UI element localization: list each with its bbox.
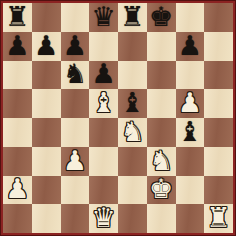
square-d2[interactable] bbox=[89, 176, 118, 205]
white-pawn-c3[interactable]: ♟ bbox=[63, 147, 87, 174]
white-bishop-d5[interactable]: ♝ bbox=[92, 89, 116, 116]
square-d1[interactable]: ♛ bbox=[89, 204, 118, 233]
black-pawn-b7[interactable]: ♟ bbox=[34, 32, 58, 59]
square-a3[interactable] bbox=[3, 147, 32, 176]
square-e5[interactable]: ♝ bbox=[118, 89, 147, 118]
black-queen-d8[interactable]: ♛ bbox=[92, 3, 116, 30]
black-rook-a8[interactable]: ♜ bbox=[5, 3, 29, 30]
square-e8[interactable]: ♜ bbox=[118, 3, 147, 32]
black-bishop-g4[interactable]: ♝ bbox=[178, 118, 202, 145]
square-c8[interactable] bbox=[61, 3, 90, 32]
square-c2[interactable] bbox=[61, 176, 90, 205]
square-b8[interactable] bbox=[32, 3, 61, 32]
square-h4[interactable] bbox=[204, 118, 233, 147]
square-f3[interactable]: ♞ bbox=[147, 147, 176, 176]
black-rook-e8[interactable]: ♜ bbox=[120, 3, 144, 30]
black-knight-c6[interactable]: ♞ bbox=[63, 61, 87, 88]
square-b3[interactable] bbox=[32, 147, 61, 176]
black-pawn-a7[interactable]: ♟ bbox=[5, 32, 29, 59]
square-h6[interactable] bbox=[204, 61, 233, 90]
square-c7[interactable]: ♟ bbox=[61, 32, 90, 61]
square-d6[interactable]: ♟ bbox=[89, 61, 118, 90]
square-d8[interactable]: ♛ bbox=[89, 3, 118, 32]
white-pawn-g5[interactable]: ♟ bbox=[178, 89, 202, 116]
square-b6[interactable] bbox=[32, 61, 61, 90]
black-king-f8[interactable]: ♚ bbox=[149, 3, 173, 30]
square-a7[interactable]: ♟ bbox=[3, 32, 32, 61]
square-e2[interactable] bbox=[118, 176, 147, 205]
square-d3[interactable] bbox=[89, 147, 118, 176]
square-g7[interactable]: ♟ bbox=[176, 32, 205, 61]
square-a5[interactable] bbox=[3, 89, 32, 118]
white-rook-h1[interactable]: ♜ bbox=[207, 204, 231, 231]
chess-board: ♜♛♜♚♟♟♟♟♞♟♝♝♟♞♝♟♞♟♚♛♜ bbox=[3, 3, 233, 233]
board-frame: ♜♛♜♚♟♟♟♟♞♟♝♝♟♞♝♟♞♟♚♛♜ bbox=[0, 0, 236, 236]
square-e7[interactable] bbox=[118, 32, 147, 61]
black-pawn-g7[interactable]: ♟ bbox=[178, 32, 202, 59]
square-d5[interactable]: ♝ bbox=[89, 89, 118, 118]
square-b4[interactable] bbox=[32, 118, 61, 147]
square-f2[interactable]: ♚ bbox=[147, 176, 176, 205]
black-pawn-d6[interactable]: ♟ bbox=[92, 61, 116, 88]
square-f8[interactable]: ♚ bbox=[147, 3, 176, 32]
square-h1[interactable]: ♜ bbox=[204, 204, 233, 233]
square-b1[interactable] bbox=[32, 204, 61, 233]
square-b2[interactable] bbox=[32, 176, 61, 205]
square-c3[interactable]: ♟ bbox=[61, 147, 90, 176]
square-a2[interactable]: ♟ bbox=[3, 176, 32, 205]
square-f1[interactable] bbox=[147, 204, 176, 233]
square-b7[interactable]: ♟ bbox=[32, 32, 61, 61]
square-e6[interactable] bbox=[118, 61, 147, 90]
square-f6[interactable] bbox=[147, 61, 176, 90]
square-f7[interactable] bbox=[147, 32, 176, 61]
square-h3[interactable] bbox=[204, 147, 233, 176]
square-g5[interactable]: ♟ bbox=[176, 89, 205, 118]
white-king-f2[interactable]: ♚ bbox=[149, 176, 173, 203]
square-a6[interactable] bbox=[3, 61, 32, 90]
square-b5[interactable] bbox=[32, 89, 61, 118]
square-g2[interactable] bbox=[176, 176, 205, 205]
white-pawn-a2[interactable]: ♟ bbox=[5, 176, 29, 203]
square-e4[interactable]: ♞ bbox=[118, 118, 147, 147]
square-h7[interactable] bbox=[204, 32, 233, 61]
square-d7[interactable] bbox=[89, 32, 118, 61]
white-knight-e4[interactable]: ♞ bbox=[120, 118, 144, 145]
square-e1[interactable] bbox=[118, 204, 147, 233]
black-pawn-c7[interactable]: ♟ bbox=[63, 32, 87, 59]
square-c5[interactable] bbox=[61, 89, 90, 118]
square-h2[interactable] bbox=[204, 176, 233, 205]
white-queen-d1[interactable]: ♛ bbox=[92, 204, 116, 231]
square-d4[interactable] bbox=[89, 118, 118, 147]
square-c6[interactable]: ♞ bbox=[61, 61, 90, 90]
square-g6[interactable] bbox=[176, 61, 205, 90]
black-bishop-e5[interactable]: ♝ bbox=[120, 89, 144, 116]
square-f5[interactable] bbox=[147, 89, 176, 118]
square-a4[interactable] bbox=[3, 118, 32, 147]
square-c1[interactable] bbox=[61, 204, 90, 233]
square-h5[interactable] bbox=[204, 89, 233, 118]
square-a1[interactable] bbox=[3, 204, 32, 233]
square-c4[interactable] bbox=[61, 118, 90, 147]
square-f4[interactable] bbox=[147, 118, 176, 147]
square-g8[interactable] bbox=[176, 3, 205, 32]
white-knight-f3[interactable]: ♞ bbox=[149, 147, 173, 174]
square-h8[interactable] bbox=[204, 3, 233, 32]
square-g3[interactable] bbox=[176, 147, 205, 176]
square-g4[interactable]: ♝ bbox=[176, 118, 205, 147]
square-e3[interactable] bbox=[118, 147, 147, 176]
square-a8[interactable]: ♜ bbox=[3, 3, 32, 32]
square-g1[interactable] bbox=[176, 204, 205, 233]
